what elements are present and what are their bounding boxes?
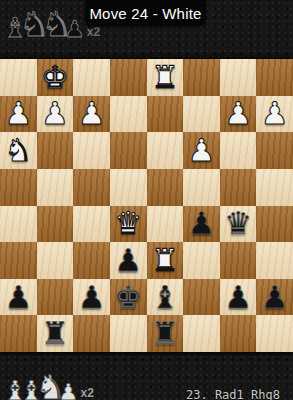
white-pawn-f2: ♟ <box>78 98 106 129</box>
black-pawn-f7: ♟ <box>78 282 106 313</box>
square-a4[interactable] <box>256 169 293 206</box>
square-h5[interactable] <box>0 206 37 243</box>
square-e5[interactable]: ♛ <box>110 206 147 243</box>
square-a8[interactable] <box>256 315 293 352</box>
captured-black-pawn-icon: ♟ <box>64 18 85 41</box>
square-b8[interactable] <box>220 315 257 352</box>
square-h4[interactable] <box>0 169 37 206</box>
square-h8[interactable] <box>0 315 37 352</box>
move-indicator-label: Move 24 - White <box>89 5 201 22</box>
square-a7[interactable]: ♟ <box>256 279 293 316</box>
square-a1[interactable] <box>256 59 293 96</box>
black-queen-b5: ♛ <box>224 208 252 239</box>
chess-board: ♚♜♟♟♟♟♟♞♟♛♟♛♟♜♟♟♚♝♟♟♜♜ <box>0 59 293 352</box>
square-e4[interactable] <box>110 169 147 206</box>
square-d7[interactable]: ♝ <box>147 279 184 316</box>
square-d2[interactable] <box>147 96 184 133</box>
square-b7[interactable]: ♟ <box>220 279 257 316</box>
white-pawn-g2: ♟ <box>41 98 69 129</box>
white-pawn-a2: ♟ <box>261 98 289 129</box>
square-c1[interactable] <box>183 59 220 96</box>
move-indicator: Move 24 - White <box>85 0 206 26</box>
square-d5[interactable] <box>147 206 184 243</box>
white-pawn-c3: ♟ <box>188 135 216 166</box>
black-king-e7: ♚ <box>114 282 142 313</box>
square-c4[interactable] <box>183 169 220 206</box>
app-screen: Move 24 - White ♝♞♞♟x2 ♚♜♟♟♟♟♟♞♟♛♟♛♟♜♟♟♚… <box>0 0 293 400</box>
square-b2[interactable]: ♟ <box>220 96 257 133</box>
black-rook-d8: ♜ <box>151 318 179 349</box>
square-e1[interactable] <box>110 59 147 96</box>
square-h3[interactable]: ♞ <box>0 132 37 169</box>
captured-black-pawn-count: x2 <box>87 26 100 38</box>
black-pawn-b7: ♟ <box>224 282 252 313</box>
square-d1[interactable]: ♜ <box>147 59 184 96</box>
square-h1[interactable] <box>0 59 37 96</box>
square-b1[interactable] <box>220 59 257 96</box>
white-king-g1: ♚ <box>41 62 69 93</box>
square-b6[interactable] <box>220 242 257 279</box>
square-f6[interactable] <box>73 242 110 279</box>
square-c6[interactable] <box>183 242 220 279</box>
square-f5[interactable] <box>73 206 110 243</box>
captured-white-pawn-count: x2 <box>81 387 94 399</box>
square-h6[interactable] <box>0 242 37 279</box>
black-pawn-a7: ♟ <box>261 282 289 313</box>
square-g8[interactable]: ♜ <box>37 315 74 352</box>
white-pawn-b2: ♟ <box>224 98 252 129</box>
square-b3[interactable] <box>220 132 257 169</box>
square-b4[interactable] <box>220 169 257 206</box>
square-f7[interactable]: ♟ <box>73 279 110 316</box>
square-g7[interactable] <box>37 279 74 316</box>
square-g6[interactable] <box>37 242 74 279</box>
square-c3[interactable]: ♟ <box>183 132 220 169</box>
square-c2[interactable] <box>183 96 220 133</box>
square-f8[interactable] <box>73 315 110 352</box>
square-e6[interactable]: ♟ <box>110 242 147 279</box>
black-pawn-c5: ♟ <box>188 208 216 239</box>
square-g1[interactable]: ♚ <box>37 59 74 96</box>
square-a5[interactable] <box>256 206 293 243</box>
square-d8[interactable]: ♜ <box>147 315 184 352</box>
white-knight-h3: ♞ <box>4 135 32 166</box>
square-e3[interactable] <box>110 132 147 169</box>
white-pawn-h2: ♟ <box>4 98 32 129</box>
square-e8[interactable] <box>110 315 147 352</box>
square-c7[interactable] <box>183 279 220 316</box>
square-g5[interactable] <box>37 206 74 243</box>
square-c8[interactable] <box>183 315 220 352</box>
square-c5[interactable]: ♟ <box>183 206 220 243</box>
square-h7[interactable]: ♟ <box>0 279 37 316</box>
square-a3[interactable] <box>256 132 293 169</box>
square-f3[interactable] <box>73 132 110 169</box>
square-f2[interactable]: ♟ <box>73 96 110 133</box>
square-d3[interactable] <box>147 132 184 169</box>
black-pawn-h7: ♟ <box>4 282 32 313</box>
white-rook-d6: ♜ <box>151 245 179 276</box>
white-queen-e5: ♛ <box>114 208 142 239</box>
square-h2[interactable]: ♟ <box>0 96 37 133</box>
square-a6[interactable] <box>256 242 293 279</box>
square-e2[interactable] <box>110 96 147 133</box>
square-d4[interactable] <box>147 169 184 206</box>
captured-white-pawn-icon: ♟ <box>58 381 79 400</box>
square-g2[interactable]: ♟ <box>37 96 74 133</box>
black-bishop-d7: ♝ <box>151 282 179 313</box>
square-g4[interactable] <box>37 169 74 206</box>
black-rook-g8: ♜ <box>41 318 69 349</box>
square-e7[interactable]: ♚ <box>110 279 147 316</box>
white-rook-d1: ♜ <box>151 62 179 93</box>
black-pawn-e6: ♟ <box>114 245 142 276</box>
square-g3[interactable] <box>37 132 74 169</box>
move-list-line-1: 23. Rad1 Rhg8 <box>186 388 280 400</box>
move-list: 23. Rad1 Rhg8 24. Qe5 <box>186 358 280 400</box>
square-a2[interactable]: ♟ <box>256 96 293 133</box>
captured-white-pieces-tray: ♝♝♞♟x2 <box>3 374 94 400</box>
square-f4[interactable] <box>73 169 110 206</box>
square-b5[interactable]: ♛ <box>220 206 257 243</box>
square-f1[interactable] <box>73 59 110 96</box>
square-d6[interactable]: ♜ <box>147 242 184 279</box>
